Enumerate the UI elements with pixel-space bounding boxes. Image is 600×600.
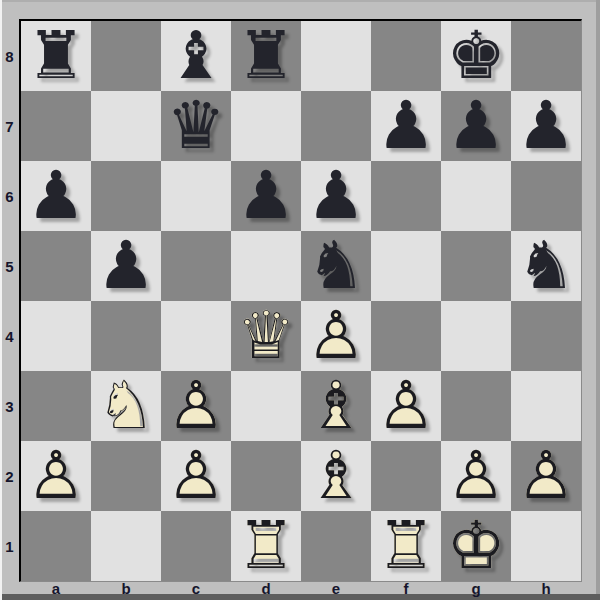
black-pawn-piece[interactable]: ♟ — [441, 91, 511, 161]
square-b6[interactable] — [91, 161, 161, 231]
square-g6[interactable] — [441, 161, 511, 231]
black-rook-piece[interactable]: ♜ — [231, 21, 301, 91]
square-c1[interactable] — [161, 511, 231, 581]
square-a1[interactable] — [21, 511, 91, 581]
square-b5[interactable]: ♟ — [91, 231, 161, 301]
square-d4[interactable]: ♛♕ — [231, 301, 301, 371]
square-d8[interactable]: ♜ — [231, 21, 301, 91]
square-e8[interactable] — [301, 21, 371, 91]
file-label-b: b — [91, 581, 161, 596]
rank-label-5: 5 — [0, 231, 19, 301]
square-f7[interactable]: ♟ — [371, 91, 441, 161]
square-c8[interactable]: ♝ — [161, 21, 231, 91]
square-c7[interactable]: ♛ — [161, 91, 231, 161]
square-h3[interactable] — [511, 371, 581, 441]
file-label-e: e — [301, 581, 371, 596]
square-b1[interactable] — [91, 511, 161, 581]
square-a7[interactable] — [21, 91, 91, 161]
square-e2[interactable]: ♝♗ — [301, 441, 371, 511]
white-pawn-piece[interactable]: ♟♙ — [441, 441, 511, 511]
white-rook-piece[interactable]: ♜♖ — [371, 511, 441, 581]
square-d1[interactable]: ♜♖ — [231, 511, 301, 581]
black-queen-piece[interactable]: ♛ — [161, 91, 231, 161]
square-e1[interactable] — [301, 511, 371, 581]
square-a8[interactable]: ♜ — [21, 21, 91, 91]
square-e3[interactable]: ♝♗ — [301, 371, 371, 441]
square-c4[interactable] — [161, 301, 231, 371]
square-b7[interactable] — [91, 91, 161, 161]
square-c6[interactable] — [161, 161, 231, 231]
square-e4[interactable]: ♟♙ — [301, 301, 371, 371]
square-h1[interactable] — [511, 511, 581, 581]
square-b3[interactable]: ♞♘ — [91, 371, 161, 441]
square-d5[interactable] — [231, 231, 301, 301]
square-g4[interactable] — [441, 301, 511, 371]
square-d2[interactable] — [231, 441, 301, 511]
square-g5[interactable] — [441, 231, 511, 301]
white-pawn-piece[interactable]: ♟♙ — [301, 301, 371, 371]
white-pawn-piece[interactable]: ♟♙ — [511, 441, 581, 511]
square-e6[interactable]: ♟ — [301, 161, 371, 231]
square-e5[interactable]: ♞ — [301, 231, 371, 301]
white-queen-piece[interactable]: ♛♕ — [231, 301, 301, 371]
square-f3[interactable]: ♟♙ — [371, 371, 441, 441]
square-f5[interactable] — [371, 231, 441, 301]
black-knight-piece[interactable]: ♞ — [511, 231, 581, 301]
file-label-f: f — [371, 581, 441, 596]
square-a3[interactable] — [21, 371, 91, 441]
square-d7[interactable] — [231, 91, 301, 161]
file-label-a: a — [21, 581, 91, 596]
white-bishop-piece[interactable]: ♝♗ — [301, 441, 371, 511]
white-pawn-piece[interactable]: ♟♙ — [161, 371, 231, 441]
rank-label-8: 8 — [0, 21, 19, 91]
black-rook-piece[interactable]: ♜ — [21, 21, 91, 91]
square-a6[interactable]: ♟ — [21, 161, 91, 231]
square-f1[interactable]: ♜♖ — [371, 511, 441, 581]
black-king-piece[interactable]: ♚ — [441, 21, 511, 91]
square-g1[interactable]: ♚♔ — [441, 511, 511, 581]
square-h4[interactable] — [511, 301, 581, 371]
rank-label-2: 2 — [0, 441, 19, 511]
square-f8[interactable] — [371, 21, 441, 91]
rank-label-3: 3 — [0, 371, 19, 441]
white-bishop-piece[interactable]: ♝♗ — [301, 371, 371, 441]
black-pawn-piece[interactable]: ♟ — [231, 161, 301, 231]
file-labels: abcdefgh — [21, 581, 581, 596]
square-g3[interactable] — [441, 371, 511, 441]
rank-label-1: 1 — [0, 511, 19, 581]
square-f4[interactable] — [371, 301, 441, 371]
square-b4[interactable] — [91, 301, 161, 371]
black-pawn-piece[interactable]: ♟ — [91, 231, 161, 301]
square-a5[interactable] — [21, 231, 91, 301]
rank-label-6: 6 — [0, 161, 19, 231]
square-f2[interactable] — [371, 441, 441, 511]
square-h7[interactable]: ♟ — [511, 91, 581, 161]
square-d3[interactable] — [231, 371, 301, 441]
square-g2[interactable]: ♟♙ — [441, 441, 511, 511]
white-pawn-piece[interactable]: ♟♙ — [161, 441, 231, 511]
square-d6[interactable]: ♟ — [231, 161, 301, 231]
square-b2[interactable] — [91, 441, 161, 511]
square-b8[interactable] — [91, 21, 161, 91]
file-label-g: g — [441, 581, 511, 596]
rank-label-7: 7 — [0, 91, 19, 161]
file-label-c: c — [161, 581, 231, 596]
square-c2[interactable]: ♟♙ — [161, 441, 231, 511]
white-king-piece[interactable]: ♚♔ — [441, 511, 511, 581]
square-f6[interactable] — [371, 161, 441, 231]
square-e7[interactable] — [301, 91, 371, 161]
square-h5[interactable]: ♞ — [511, 231, 581, 301]
black-bishop-piece[interactable]: ♝ — [161, 21, 231, 91]
black-pawn-piece[interactable]: ♟ — [511, 91, 581, 161]
rank-label-4: 4 — [0, 301, 19, 371]
white-pawn-piece[interactable]: ♟♙ — [21, 441, 91, 511]
square-a4[interactable] — [21, 301, 91, 371]
white-pawn-piece[interactable]: ♟♙ — [371, 371, 441, 441]
square-a2[interactable]: ♟♙ — [21, 441, 91, 511]
rank-labels: 87654321 — [0, 21, 19, 581]
chess-board: ♜♝♜♚♛♟♟♟♟♟♟♟♞♞♛♕♟♙♞♘♟♙♝♗♟♙♟♙♟♙♝♗♟♙♟♙♜♖♜♖… — [19, 19, 582, 582]
white-rook-piece[interactable]: ♜♖ — [231, 511, 301, 581]
black-pawn-piece[interactable]: ♟ — [301, 161, 371, 231]
square-h6[interactable] — [511, 161, 581, 231]
square-c3[interactable]: ♟♙ — [161, 371, 231, 441]
square-g7[interactable]: ♟ — [441, 91, 511, 161]
black-pawn-piece[interactable]: ♟ — [371, 91, 441, 161]
file-label-d: d — [231, 581, 301, 596]
file-label-h: h — [511, 581, 581, 596]
square-h8[interactable] — [511, 21, 581, 91]
square-c5[interactable] — [161, 231, 231, 301]
white-knight-piece[interactable]: ♞♘ — [91, 371, 161, 441]
black-pawn-piece[interactable]: ♟ — [21, 161, 91, 231]
board-frame: 87654321 abcdefgh ♜♝♜♚♛♟♟♟♟♟♟♟♞♞♛♕♟♙♞♘♟♙… — [0, 0, 600, 600]
black-knight-piece[interactable]: ♞ — [301, 231, 371, 301]
square-g8[interactable]: ♚ — [441, 21, 511, 91]
square-h2[interactable]: ♟♙ — [511, 441, 581, 511]
